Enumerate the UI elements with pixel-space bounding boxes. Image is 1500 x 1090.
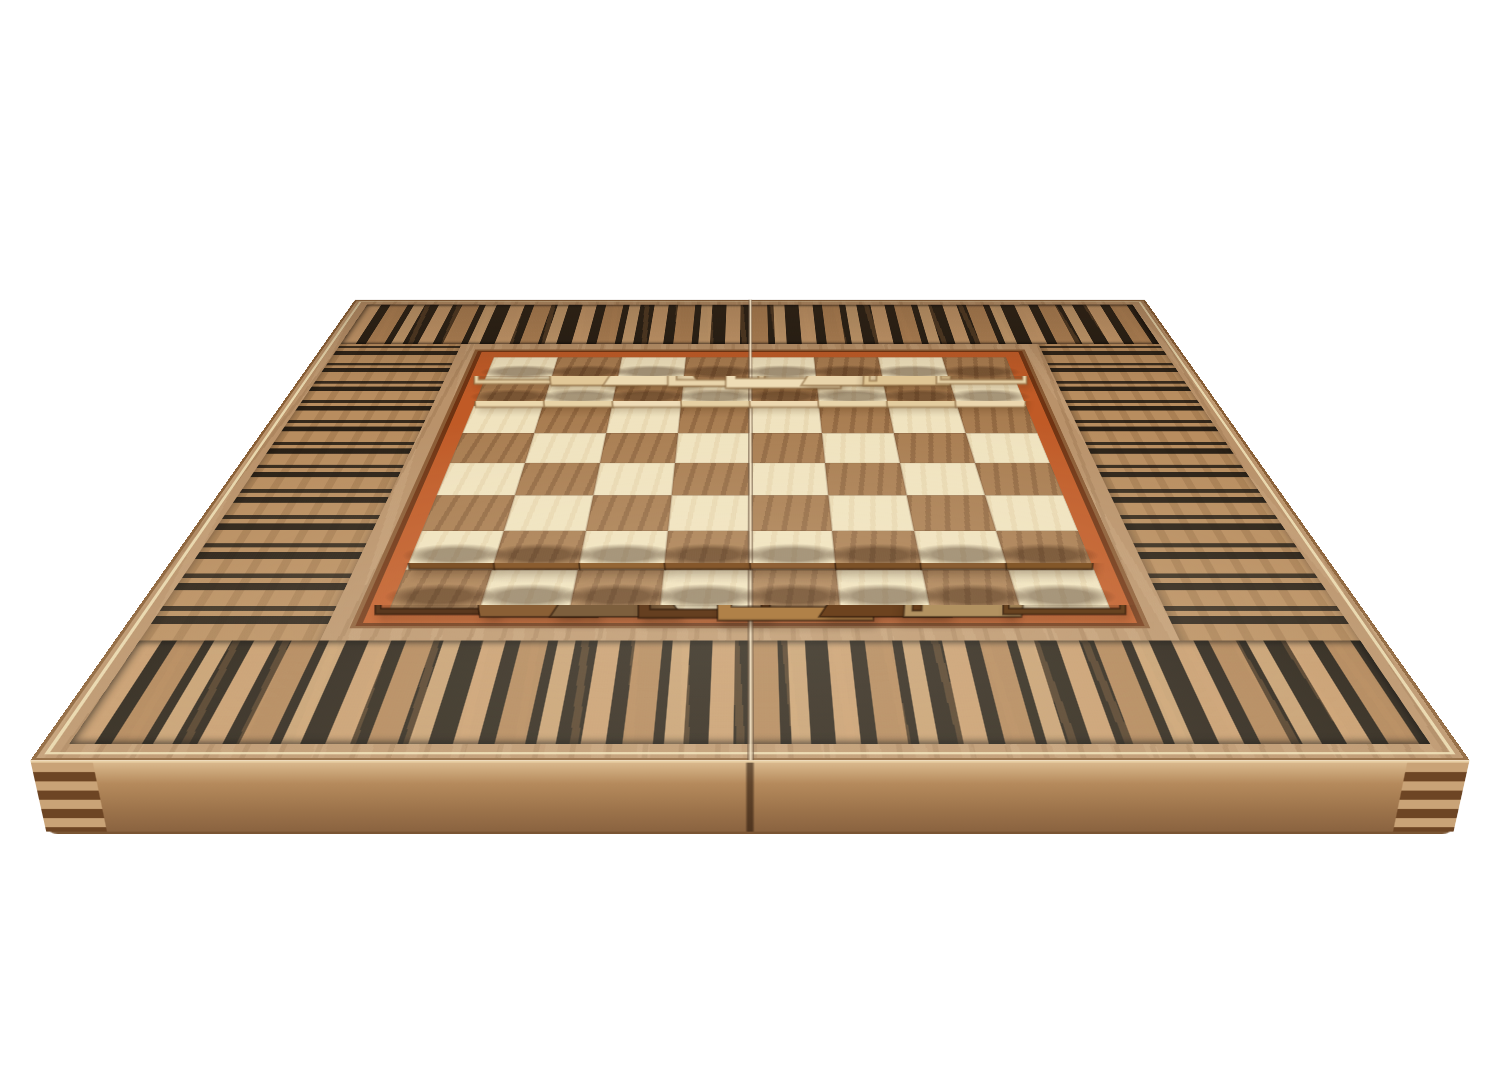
box-front-face	[30, 760, 1469, 834]
photo-stage: ♜♞♝♛♚♝♞♜♟♟♟♟♟♟♟♟♟♟♟♟♟♟♟♟♜♞♝♛♚♝♞♜	[0, 0, 1500, 1090]
chess-board: ♜♞♝♛♚♝♞♜♟♟♟♟♟♟♟♟♟♟♟♟♟♟♟♟♜♞♝♛♚♝♞♜	[30, 300, 1469, 760]
board-scene: ♜♞♝♛♚♝♞♜♟♟♟♟♟♟♟♟♟♟♟♟♟♟♟♟♜♞♝♛♚♝♞♜	[240, 0, 1260, 973]
